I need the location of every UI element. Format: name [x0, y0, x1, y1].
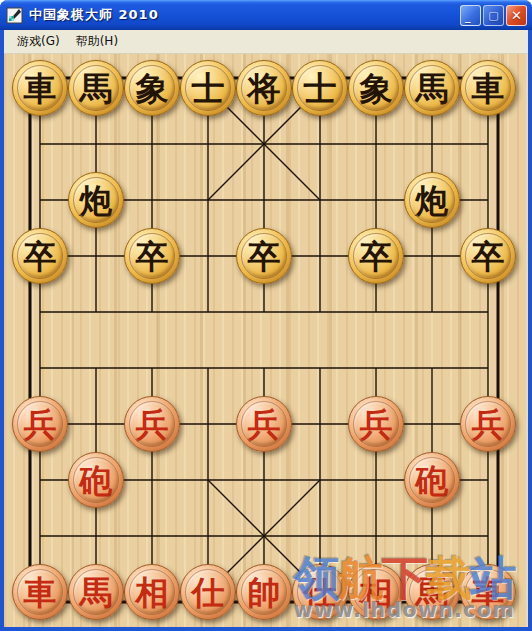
piece-black-soldier[interactable]: 卒	[460, 228, 516, 284]
piece-black-elephant[interactable]: 象	[124, 60, 180, 116]
piece-red-general[interactable]: 帥	[236, 564, 292, 620]
piece-black-advisor[interactable]: 士	[292, 60, 348, 116]
piece-red-horse[interactable]: 馬	[404, 564, 460, 620]
piece-black-soldier[interactable]: 卒	[12, 228, 68, 284]
piece-black-horse[interactable]: 馬	[404, 60, 460, 116]
title-bar[interactable]: 中国象棋大师 2010 _ ▢ ✕	[0, 0, 532, 30]
menu-bar: 游戏(G)帮助(H)	[4, 30, 528, 54]
piece-red-cannon[interactable]: 砲	[404, 452, 460, 508]
menu-item-help[interactable]: 帮助(H)	[68, 30, 126, 53]
piece-red-advisor[interactable]: 仕	[180, 564, 236, 620]
piece-black-cannon[interactable]: 炮	[68, 172, 124, 228]
piece-black-horse[interactable]: 馬	[68, 60, 124, 116]
piece-red-elephant[interactable]: 相	[348, 564, 404, 620]
piece-red-cannon[interactable]: 砲	[68, 452, 124, 508]
piece-red-rook[interactable]: 車	[12, 564, 68, 620]
piece-red-soldier[interactable]: 兵	[12, 396, 68, 452]
piece-red-elephant[interactable]: 相	[124, 564, 180, 620]
piece-red-advisor[interactable]: 仕	[292, 564, 348, 620]
piece-black-rook[interactable]: 車	[12, 60, 68, 116]
piece-black-advisor[interactable]: 士	[180, 60, 236, 116]
piece-red-horse[interactable]: 馬	[68, 564, 124, 620]
piece-black-soldier[interactable]: 卒	[124, 228, 180, 284]
piece-black-elephant[interactable]: 象	[348, 60, 404, 116]
piece-black-rook[interactable]: 車	[460, 60, 516, 116]
piece-red-soldier[interactable]: 兵	[236, 396, 292, 452]
piece-red-soldier[interactable]: 兵	[348, 396, 404, 452]
window-title: 中国象棋大师 2010	[29, 6, 460, 24]
minimize-button[interactable]: _	[460, 5, 481, 26]
piece-black-general[interactable]: 将	[236, 60, 292, 116]
close-button[interactable]: ✕	[506, 5, 527, 26]
maximize-button[interactable]: ▢	[483, 5, 504, 26]
pieces-grid: 車馬象士将士象馬車炮炮卒卒卒卒卒兵兵兵兵兵砲砲車馬相仕帥仕相馬車	[12, 60, 516, 620]
app-window: 中国象棋大师 2010 _ ▢ ✕ 游戏(G)帮助(H) 車馬象士将士象馬	[0, 0, 532, 631]
xiangqi-board: 車馬象士将士象馬車炮炮卒卒卒卒卒兵兵兵兵兵砲砲車馬相仕帥仕相馬車 领航下载站 w…	[4, 54, 528, 627]
piece-red-rook[interactable]: 車	[460, 564, 516, 620]
piece-black-cannon[interactable]: 炮	[404, 172, 460, 228]
menu-item-game[interactable]: 游戏(G)	[9, 30, 68, 53]
piece-red-soldier[interactable]: 兵	[124, 396, 180, 452]
piece-black-soldier[interactable]: 卒	[348, 228, 404, 284]
piece-red-soldier[interactable]: 兵	[460, 396, 516, 452]
app-icon	[6, 7, 23, 24]
piece-black-soldier[interactable]: 卒	[236, 228, 292, 284]
